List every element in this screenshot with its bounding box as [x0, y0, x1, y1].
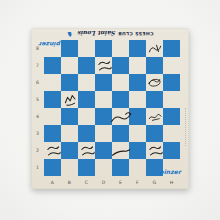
square-c1 [78, 159, 95, 176]
square-f8 [129, 40, 146, 57]
square-a4 [44, 108, 61, 125]
rank-labels: 87654321 [33, 40, 42, 176]
rank-label-4: 4 [33, 108, 42, 125]
square-e3 [112, 125, 129, 142]
square-b2 [61, 142, 78, 159]
square-h2 [163, 142, 180, 159]
square-b8 [61, 40, 78, 57]
square-b4 [61, 108, 78, 125]
square-d4 [95, 108, 112, 125]
square-c3 [78, 125, 95, 142]
square-e8 [112, 40, 129, 57]
square-g6 [146, 74, 163, 91]
file-label-a: A [44, 178, 61, 187]
square-g7 [146, 57, 163, 74]
square-d3 [95, 125, 112, 142]
square-b5 [61, 91, 78, 108]
square-h7 [163, 57, 180, 74]
square-a1 [44, 159, 61, 176]
file-label-f: F [129, 178, 146, 187]
square-d7 [95, 57, 112, 74]
square-f2 [129, 142, 146, 159]
vinyl-chess-mat: CHESS CLUB Saint Louis ♞ 87654321 ABCDEF… [31, 28, 189, 189]
square-d2 [95, 142, 112, 159]
rank-label-3: 3 [33, 125, 42, 142]
square-h8 [163, 40, 180, 57]
square-c4 [78, 108, 95, 125]
square-c2 [78, 142, 95, 159]
square-b6 [61, 74, 78, 91]
square-a5 [44, 91, 61, 108]
square-a7 [44, 57, 61, 74]
square-d1 [95, 159, 112, 176]
rank-label-7: 7 [33, 57, 42, 74]
square-g8 [146, 40, 163, 57]
square-e4 [112, 108, 129, 125]
file-label-g: G [146, 178, 163, 187]
square-f7 [129, 57, 146, 74]
file-label-h: H [163, 178, 180, 187]
square-c7 [78, 57, 95, 74]
fine-print-vertical [184, 108, 186, 146]
square-e1 [112, 159, 129, 176]
square-b3 [61, 125, 78, 142]
knight-icon: ♞ [67, 31, 73, 38]
square-a6 [44, 74, 61, 91]
square-f5 [129, 91, 146, 108]
square-g4 [146, 108, 163, 125]
square-b7 [61, 57, 78, 74]
square-d6 [95, 74, 112, 91]
square-c8 [78, 40, 95, 57]
square-a2 [44, 142, 61, 159]
brand-logo-bottom-right: pinzer [159, 168, 181, 175]
rank-label-2: 2 [33, 142, 42, 159]
club-title: CHESS CLUB Saint Louis ♞ [31, 29, 189, 39]
chess-board [44, 40, 180, 176]
square-g5 [146, 91, 163, 108]
square-c5 [78, 91, 95, 108]
square-g2 [146, 142, 163, 159]
rank-label-6: 6 [33, 74, 42, 91]
club-title-caps: CHESS CLUB [118, 32, 154, 37]
square-d8 [95, 40, 112, 57]
square-h4 [163, 108, 180, 125]
square-e6 [112, 74, 129, 91]
square-f3 [129, 125, 146, 142]
file-label-d: D [95, 178, 112, 187]
file-label-c: C [78, 178, 95, 187]
rank-label-1: 1 [33, 159, 42, 176]
square-e2 [112, 142, 129, 159]
square-f6 [129, 74, 146, 91]
file-label-e: E [112, 178, 129, 187]
square-h5 [163, 91, 180, 108]
square-h6 [163, 74, 180, 91]
square-h3 [163, 125, 180, 142]
brand-logo-top-left: pinzer [39, 41, 61, 48]
file-labels: ABCDEFGH [44, 178, 180, 187]
square-g3 [146, 125, 163, 142]
square-e5 [112, 91, 129, 108]
square-d5 [95, 91, 112, 108]
square-c6 [78, 74, 95, 91]
square-f1 [129, 159, 146, 176]
file-label-b: B [61, 178, 78, 187]
rank-label-5: 5 [33, 91, 42, 108]
square-e7 [112, 57, 129, 74]
square-a3 [44, 125, 61, 142]
club-title-script: Saint Louis [78, 31, 116, 38]
square-b1 [61, 159, 78, 176]
square-f4 [129, 108, 146, 125]
